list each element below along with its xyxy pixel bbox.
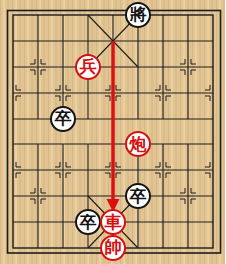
xiangqi-board: 將兵卒炮卒卒車帥 <box>0 0 225 264</box>
red-soldier-piece[interactable]: 兵 <box>75 54 101 80</box>
black-soldier-piece[interactable]: 卒 <box>50 106 76 132</box>
red-cannon-piece[interactable]: 炮 <box>125 131 151 157</box>
red-chariot-piece[interactable]: 車 <box>100 209 126 235</box>
black-general-piece[interactable]: 將 <box>125 2 151 28</box>
red-general-piece[interactable]: 帥 <box>100 235 126 261</box>
board-grid: 將兵卒炮卒卒車帥 <box>1 2 226 261</box>
black-soldier-piece[interactable]: 卒 <box>75 209 101 235</box>
black-soldier-piece[interactable]: 卒 <box>125 183 151 209</box>
